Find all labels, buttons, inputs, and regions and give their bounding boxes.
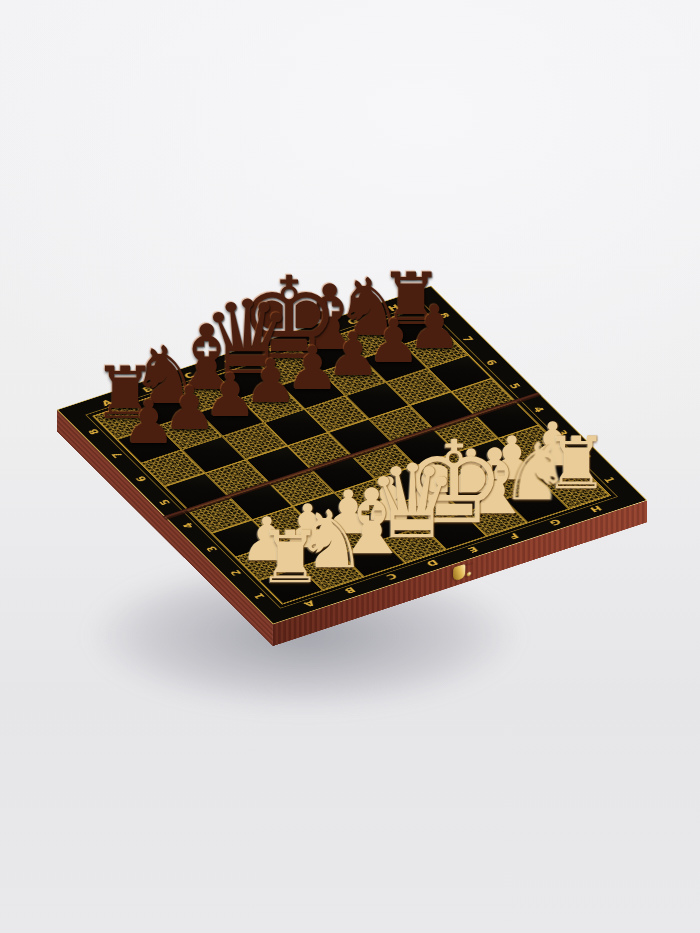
clasp-pin (467, 571, 472, 576)
board-top-surface: 87654321 87654321 HGFEDCBA HGFEDCBA ♜♟♟♜… (57, 286, 647, 624)
photo-canvas: 87654321 87654321 HGFEDCBA HGFEDCBA ♜♟♟♜… (0, 0, 700, 933)
rook-glyph: ♜ (258, 523, 323, 591)
clasp-hook (453, 564, 466, 582)
chess-board-box: 87654321 87654321 HGFEDCBA HGFEDCBA ♜♟♟♜… (57, 286, 647, 624)
brass-clasp-icon (447, 561, 474, 584)
scene: 87654321 87654321 HGFEDCBA HGFEDCBA ♜♟♟♜… (0, 0, 700, 933)
